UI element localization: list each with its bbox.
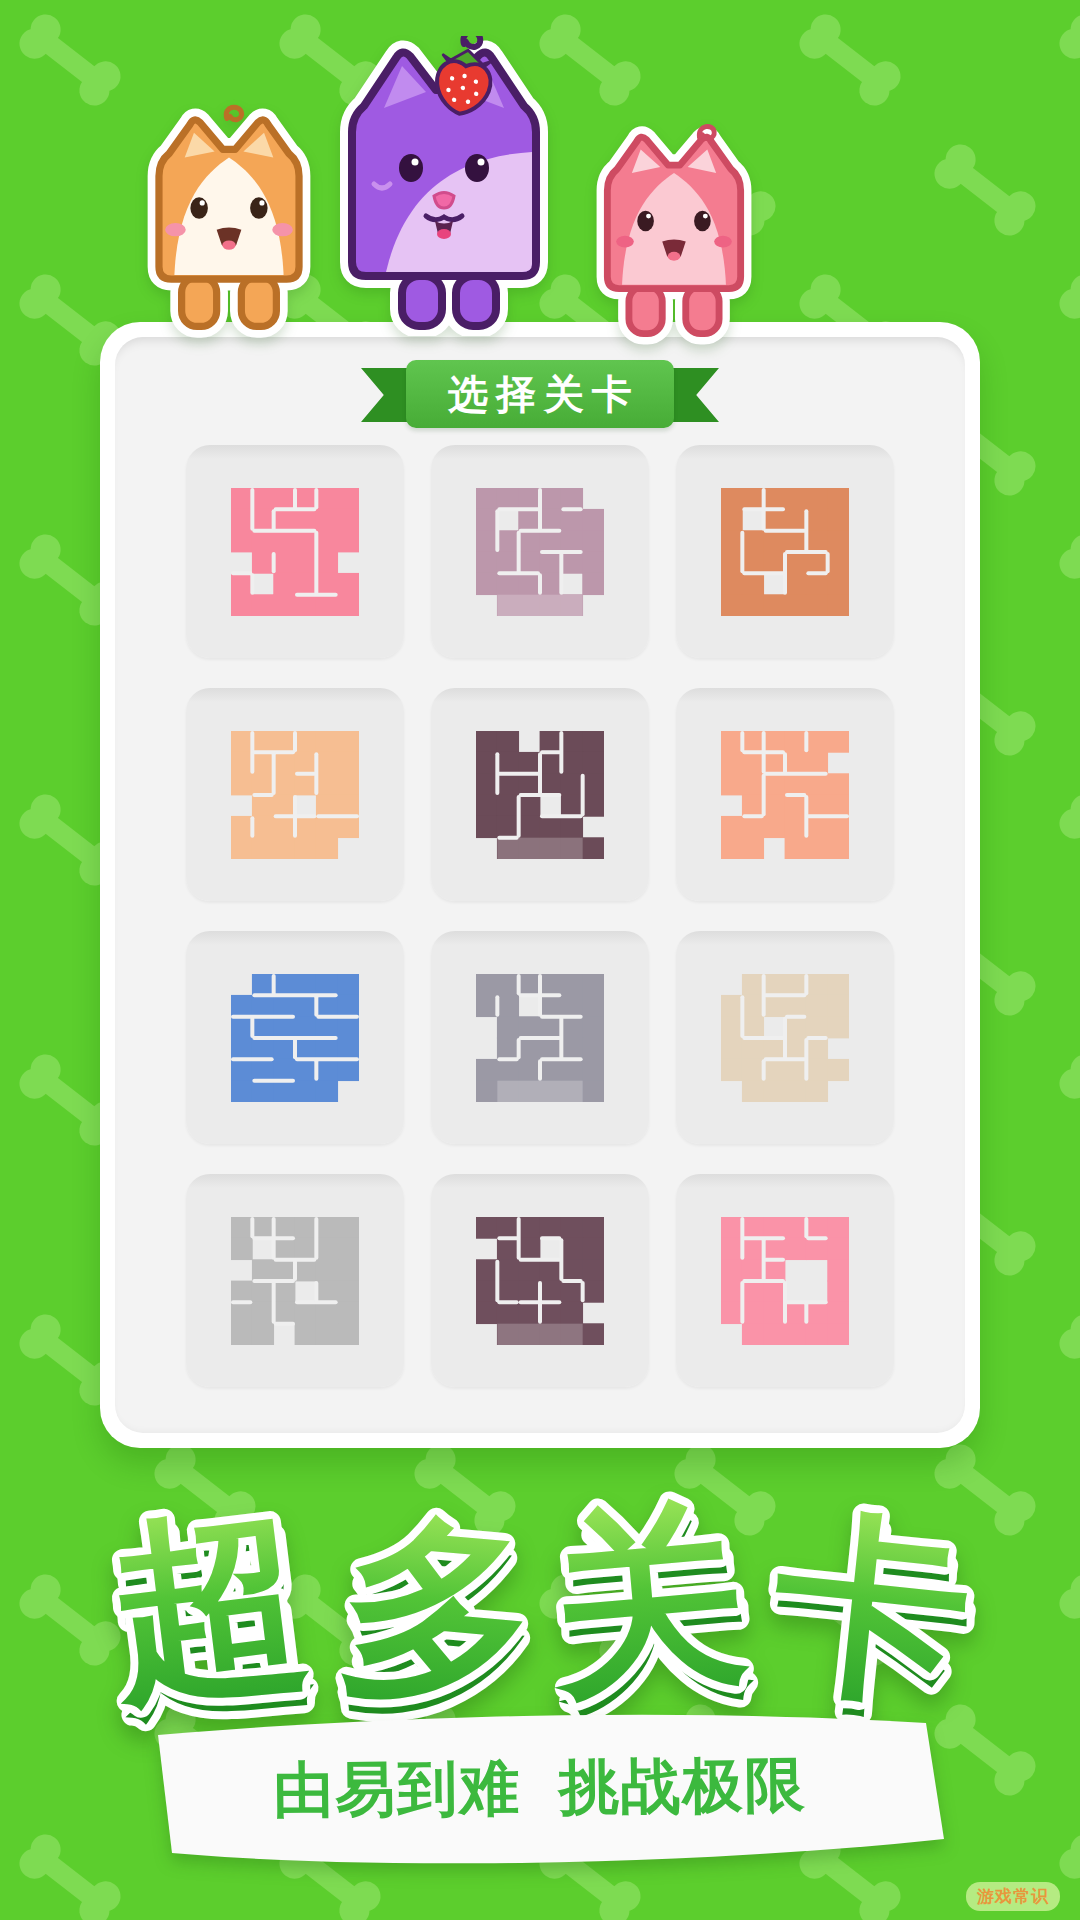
purple-cat-mascot	[314, 36, 574, 336]
ribbon-label: 选择关卡	[440, 367, 640, 422]
level-card-11[interactable]	[431, 1174, 649, 1387]
levels-grid	[186, 445, 894, 1387]
level-card-7[interactable]	[186, 931, 404, 1144]
pink-cat-mascot	[576, 122, 772, 347]
maze-thumbnail	[721, 731, 849, 859]
maze-thumbnail	[231, 974, 359, 1102]
level-card-12[interactable]	[676, 1174, 894, 1387]
level-card-8[interactable]	[431, 931, 649, 1144]
maze-thumbnail	[476, 731, 604, 859]
level-card-2[interactable]	[431, 445, 649, 658]
maze-thumbnail	[721, 974, 849, 1102]
maze-thumbnail	[231, 731, 359, 859]
orange-cat-mascot	[126, 104, 332, 341]
level-card-9[interactable]	[676, 931, 894, 1144]
maze-thumbnail	[476, 1217, 604, 1345]
subtitle-text: 由易到难 挑战极限	[140, 1746, 941, 1830]
hair-curl	[226, 107, 241, 119]
nose	[434, 193, 454, 209]
level-card-5[interactable]	[431, 688, 649, 901]
title-char: 卡	[763, 1490, 981, 1727]
title-char: 超	[97, 1484, 319, 1724]
title-char: 关	[537, 1483, 754, 1718]
level-card-4[interactable]	[186, 688, 404, 901]
level-card-3[interactable]	[676, 445, 894, 658]
level-card-1[interactable]	[186, 445, 404, 658]
title-char: 多	[332, 1493, 545, 1727]
maze-thumbnail	[721, 1217, 849, 1345]
level-card-10[interactable]	[186, 1174, 404, 1387]
maze-thumbnail	[721, 488, 849, 616]
maze-thumbnail	[231, 488, 359, 616]
hair-curl	[463, 36, 480, 47]
watermark-badge: 游戏常识	[966, 1882, 1060, 1911]
level-select-panel: 选择关卡	[100, 322, 980, 1448]
maze-thumbnail	[476, 974, 604, 1102]
maze-thumbnail	[231, 1217, 359, 1345]
level-card-6[interactable]	[676, 688, 894, 901]
ribbon-body: 选择关卡	[406, 360, 674, 428]
maze-thumbnail	[476, 488, 604, 616]
